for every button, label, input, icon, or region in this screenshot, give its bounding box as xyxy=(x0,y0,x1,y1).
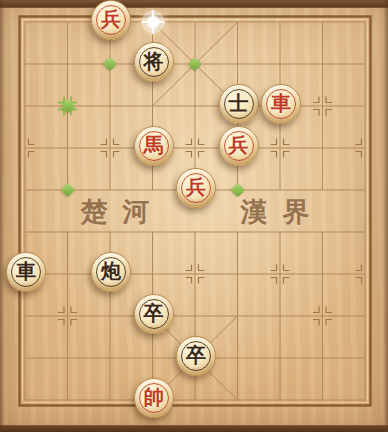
piece-red-chariot[interactable]: 車 xyxy=(261,84,301,124)
piece-black-general[interactable]: 将 xyxy=(134,42,174,82)
piece-black-soldier[interactable]: 卒 xyxy=(134,294,174,334)
piece-character: 帥 xyxy=(144,387,164,407)
piece-character: 卒 xyxy=(186,345,206,365)
piece-character: 車 xyxy=(271,93,291,113)
piece-character: 士 xyxy=(229,93,249,113)
piece-character: 将 xyxy=(144,51,164,71)
piece-black-chariot[interactable]: 車 xyxy=(6,252,46,292)
piece-black-soldier[interactable]: 卒 xyxy=(176,336,216,376)
piece-character: 馬 xyxy=(144,135,164,155)
piece-character: 炮 xyxy=(101,261,121,281)
piece-red-soldier[interactable]: 兵 xyxy=(219,126,259,166)
river-label-han-jie: 漢界 xyxy=(234,194,325,230)
piece-red-soldier[interactable]: 兵 xyxy=(176,168,216,208)
piece-character: 兵 xyxy=(229,135,249,155)
piece-character: 卒 xyxy=(144,303,164,323)
piece-black-advisor[interactable]: 士 xyxy=(219,84,259,124)
piece-red-general[interactable]: 帥 xyxy=(134,378,174,418)
piece-character: 車 xyxy=(16,261,36,281)
piece-black-cannon[interactable]: 炮 xyxy=(91,252,131,292)
piece-character: 兵 xyxy=(101,9,121,29)
piece-red-soldier[interactable]: 兵 xyxy=(91,0,131,40)
piece-red-horse[interactable]: 馬 xyxy=(134,126,174,166)
river-label-chu-he: 楚河 xyxy=(74,194,165,230)
xiangqi-board: 楚河 漢界 兵将士車馬兵兵車炮卒卒帥 xyxy=(0,0,388,432)
piece-character: 兵 xyxy=(186,177,206,197)
